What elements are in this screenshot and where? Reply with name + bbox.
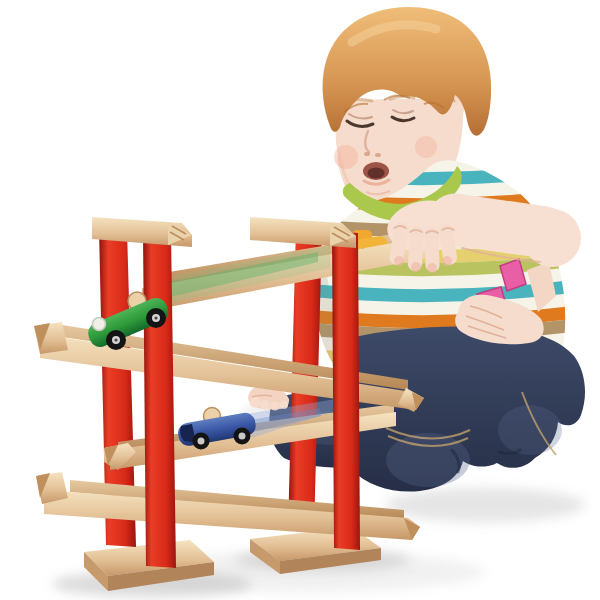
product-photo (0, 0, 600, 600)
right-front-post (332, 231, 360, 550)
left-cheek-blush (334, 145, 358, 169)
green-car-nose-dot (93, 318, 106, 331)
right-cheek-blush (415, 136, 437, 158)
left-front-post (143, 232, 176, 568)
photo-canvas (0, 0, 600, 600)
elbow (523, 209, 581, 267)
